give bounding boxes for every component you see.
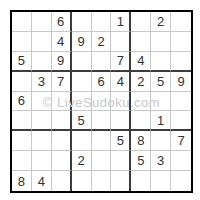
- cell-r8c6[interactable]: [111, 151, 131, 171]
- cell-r1c3[interactable]: 6: [52, 12, 72, 32]
- cell-r8c9[interactable]: [171, 151, 191, 171]
- cell-r8c1[interactable]: [12, 151, 32, 171]
- cell-r7c4[interactable]: [72, 131, 92, 151]
- cell-r4c6[interactable]: 4: [111, 72, 131, 92]
- cell-r8c3[interactable]: [52, 151, 72, 171]
- cell-r5c2[interactable]: [32, 92, 52, 112]
- cell-r4c8[interactable]: 5: [151, 72, 171, 92]
- cell-r6c2[interactable]: [32, 111, 52, 131]
- cell-r1c5[interactable]: [92, 12, 112, 32]
- cell-r6c8[interactable]: 1: [151, 111, 171, 131]
- cell-r3c1[interactable]: 5: [12, 52, 32, 72]
- cell-r2c4[interactable]: 9: [72, 32, 92, 52]
- cell-r5c3[interactable]: [52, 92, 72, 112]
- cell-r9c3[interactable]: [52, 171, 72, 191]
- cell-r4c7[interactable]: 2: [131, 72, 151, 92]
- cell-r7c5[interactable]: [92, 131, 112, 151]
- cell-r9c1[interactable]: 8: [12, 171, 32, 191]
- cell-r8c4[interactable]: 2: [72, 151, 92, 171]
- cell-r8c2[interactable]: [32, 151, 52, 171]
- cell-r1c8[interactable]: 2: [151, 12, 171, 32]
- cell-r6c1[interactable]: [12, 111, 32, 131]
- cell-r1c4[interactable]: [72, 12, 92, 32]
- cell-r3c6[interactable]: 7: [111, 52, 131, 72]
- cell-r3c2[interactable]: [32, 52, 52, 72]
- cell-r3c5[interactable]: [92, 52, 112, 72]
- cell-r8c7[interactable]: 5: [131, 151, 151, 171]
- cell-r7c2[interactable]: [32, 131, 52, 151]
- cell-r1c9[interactable]: [171, 12, 191, 32]
- cell-r3c3[interactable]: 9: [52, 52, 72, 72]
- cell-r9c6[interactable]: [111, 171, 131, 191]
- cell-r5c1[interactable]: 6: [12, 92, 32, 112]
- cell-r9c7[interactable]: [131, 171, 151, 191]
- cell-r3c9[interactable]: [171, 52, 191, 72]
- cell-r7c8[interactable]: [151, 131, 171, 151]
- cell-r7c9[interactable]: 7: [171, 131, 191, 151]
- sudoku-page: 6124925974376425965158725384© LiveSudoku…: [0, 0, 200, 200]
- cell-r5c8[interactable]: [151, 92, 171, 112]
- cell-r6c6[interactable]: [111, 111, 131, 131]
- cell-r6c3[interactable]: [52, 111, 72, 131]
- cell-r4c4[interactable]: [72, 72, 92, 92]
- cell-r2c5[interactable]: 2: [92, 32, 112, 52]
- cell-r2c3[interactable]: 4: [52, 32, 72, 52]
- cell-r4c1[interactable]: [12, 72, 32, 92]
- cell-r9c2[interactable]: 4: [32, 171, 52, 191]
- cell-r7c3[interactable]: [52, 131, 72, 151]
- cell-r6c5[interactable]: [92, 111, 112, 131]
- cell-r2c9[interactable]: [171, 32, 191, 52]
- cell-r7c1[interactable]: [12, 131, 32, 151]
- cell-r3c8[interactable]: [151, 52, 171, 72]
- cell-r1c6[interactable]: 1: [111, 12, 131, 32]
- cell-r1c1[interactable]: [12, 12, 32, 32]
- cell-r3c7[interactable]: 4: [131, 52, 151, 72]
- cell-r6c4[interactable]: 5: [72, 111, 92, 131]
- sudoku-board: 6124925974376425965158725384© LiveSudoku…: [10, 10, 193, 193]
- cell-r6c7[interactable]: [131, 111, 151, 131]
- cell-r9c8[interactable]: [151, 171, 171, 191]
- cell-r8c5[interactable]: [92, 151, 112, 171]
- cell-r8c8[interactable]: 3: [151, 151, 171, 171]
- cell-r1c7[interactable]: [131, 12, 151, 32]
- cell-r4c5[interactable]: 6: [92, 72, 112, 92]
- cell-r1c2[interactable]: [32, 12, 52, 32]
- cell-r2c1[interactable]: [12, 32, 32, 52]
- cell-r5c9[interactable]: [171, 92, 191, 112]
- cell-r2c7[interactable]: [131, 32, 151, 52]
- cell-r4c9[interactable]: 9: [171, 72, 191, 92]
- cell-r4c3[interactable]: 7: [52, 72, 72, 92]
- cell-r7c7[interactable]: 8: [131, 131, 151, 151]
- cell-r3c4[interactable]: [72, 52, 92, 72]
- cell-r2c8[interactable]: [151, 32, 171, 52]
- cell-r9c5[interactable]: [92, 171, 112, 191]
- cell-r9c9[interactable]: [171, 171, 191, 191]
- cell-r7c6[interactable]: 5: [111, 131, 131, 151]
- cell-r5c7[interactable]: [131, 92, 151, 112]
- cell-r5c5[interactable]: [92, 92, 112, 112]
- cell-r5c6[interactable]: [111, 92, 131, 112]
- cell-r9c4[interactable]: [72, 171, 92, 191]
- cell-r4c2[interactable]: 3: [32, 72, 52, 92]
- cell-r2c6[interactable]: [111, 32, 131, 52]
- cell-r6c9[interactable]: [171, 111, 191, 131]
- cell-r5c4[interactable]: [72, 92, 92, 112]
- cell-r2c2[interactable]: [32, 32, 52, 52]
